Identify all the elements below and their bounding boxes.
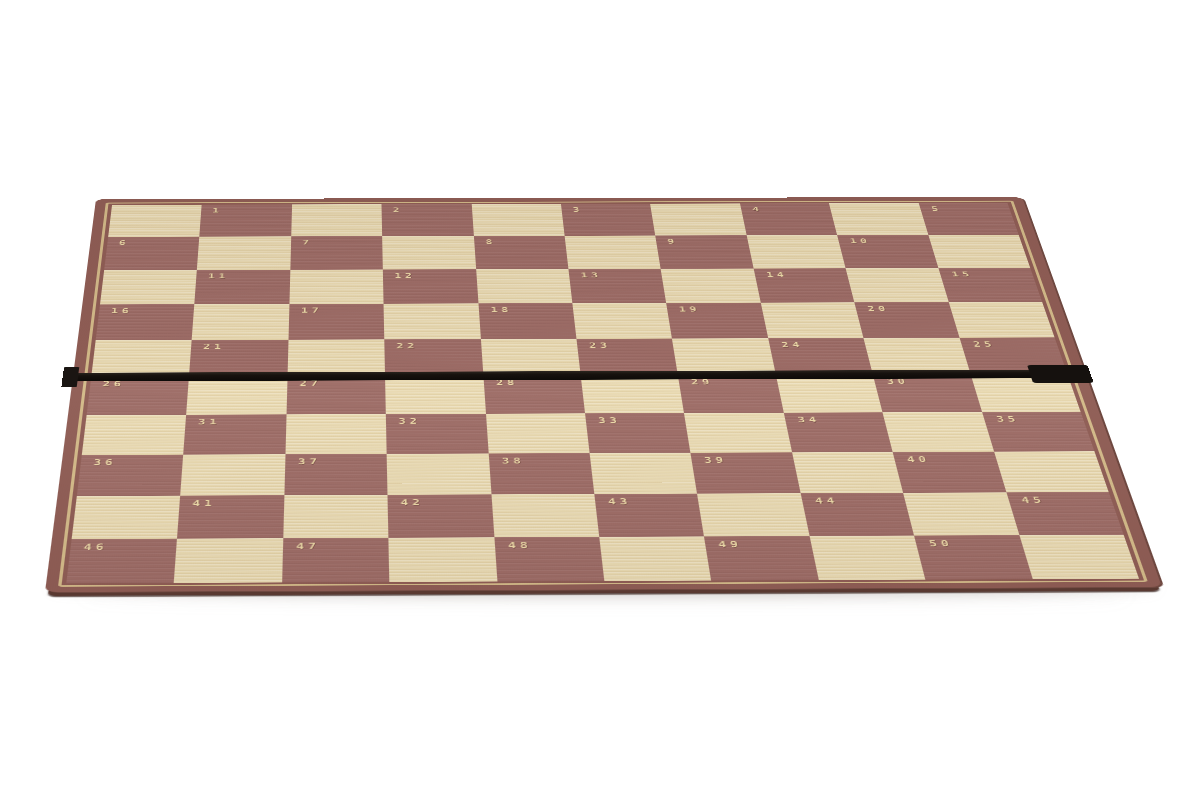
square-number: 19 (679, 305, 702, 313)
square-46[interactable]: 46 (66, 538, 177, 583)
square-7[interactable]: 7 (290, 236, 383, 269)
square-40[interactable]: 40 (893, 452, 1006, 493)
light-square (928, 235, 1030, 268)
square-26[interactable]: 26 (87, 377, 190, 416)
square-8[interactable]: 8 (474, 236, 569, 269)
square-number: 14 (765, 270, 787, 278)
light-square (697, 493, 809, 536)
light-square (776, 374, 883, 412)
hinge-tab-left (61, 367, 79, 387)
square-13[interactable]: 13 (568, 269, 666, 303)
square-20[interactable]: 20 (855, 302, 960, 338)
square-number: 11 (208, 272, 229, 280)
square-31[interactable]: 31 (184, 415, 287, 455)
light-square (684, 413, 791, 453)
square-number: 45 (1020, 495, 1046, 505)
square-number: 49 (718, 539, 743, 549)
light-square (792, 452, 903, 493)
square-22[interactable]: 22 (384, 339, 483, 376)
light-square (389, 537, 497, 582)
square-37[interactable]: 37 (284, 454, 387, 495)
draughts-board: 1234567891011121314151617181920212223242… (45, 197, 1162, 592)
light-square (187, 376, 288, 415)
square-number: 16 (111, 307, 133, 315)
hinge-clasp-right (1027, 365, 1094, 383)
light-square (471, 204, 564, 236)
light-square (385, 376, 485, 414)
square-42[interactable]: 42 (388, 494, 494, 537)
square-number: 31 (198, 417, 221, 426)
square-24[interactable]: 24 (768, 338, 873, 375)
square-48[interactable]: 48 (494, 537, 604, 582)
square-27[interactable]: 27 (286, 376, 386, 414)
square-number: 32 (398, 417, 421, 426)
square-number: 22 (396, 341, 418, 349)
square-1[interactable]: 1 (200, 204, 292, 236)
light-square (864, 338, 971, 375)
square-number: 50 (928, 538, 954, 548)
square-number: 34 (796, 415, 820, 424)
square-number: 42 (401, 497, 425, 507)
light-square (181, 454, 286, 496)
light-square (287, 339, 385, 376)
light-square (384, 303, 481, 339)
square-number: 4 (751, 205, 763, 212)
square-number: 39 (704, 455, 728, 464)
square-23[interactable]: 23 (576, 338, 678, 375)
light-square (572, 303, 672, 339)
square-4[interactable]: 4 (740, 203, 837, 235)
light-square (476, 269, 573, 304)
square-number: 41 (193, 498, 217, 508)
light-square (994, 451, 1109, 492)
light-square (291, 204, 382, 236)
light-square (491, 494, 599, 537)
square-number: 23 (589, 341, 612, 349)
square-number: 7 (302, 238, 312, 246)
light-square (174, 538, 283, 583)
square-5[interactable]: 5 (918, 203, 1018, 235)
square-38[interactable]: 38 (488, 453, 594, 494)
square-34[interactable]: 34 (784, 412, 893, 452)
square-32[interactable]: 32 (386, 414, 488, 454)
square-number: 44 (814, 496, 839, 506)
light-square (883, 412, 994, 452)
square-number: 5 (930, 205, 942, 212)
square-number: 18 (490, 306, 512, 314)
square-6[interactable]: 6 (104, 237, 199, 270)
square-number: 13 (580, 271, 602, 279)
square-number: 37 (298, 457, 321, 466)
light-square (948, 302, 1054, 338)
light-square (581, 375, 685, 413)
square-35[interactable]: 35 (982, 412, 1095, 452)
square-number: 3 (572, 206, 583, 213)
square-number: 8 (485, 238, 496, 245)
light-square (481, 339, 581, 376)
square-number: 24 (780, 340, 803, 348)
square-45[interactable]: 45 (1006, 492, 1123, 535)
square-number: 25 (972, 340, 996, 348)
square-number: 10 (849, 237, 871, 245)
light-square (1019, 535, 1139, 580)
square-47[interactable]: 47 (282, 538, 390, 583)
square-39[interactable]: 39 (691, 452, 801, 493)
square-14[interactable]: 14 (753, 268, 854, 302)
light-square (590, 453, 698, 494)
square-29[interactable]: 29 (678, 375, 783, 413)
light-square (829, 203, 928, 235)
square-number: 48 (507, 540, 531, 550)
square-number: 21 (203, 342, 225, 350)
square-number: 1 (213, 207, 224, 214)
square-number: 46 (83, 541, 108, 551)
square-number: 35 (995, 414, 1020, 423)
square-number: 47 (296, 541, 320, 551)
light-square (91, 340, 192, 377)
square-41[interactable]: 41 (177, 495, 284, 538)
light-square (761, 302, 864, 338)
square-17[interactable]: 17 (288, 304, 384, 340)
square-number: 17 (301, 306, 322, 314)
square-number: 43 (607, 497, 631, 507)
light-square (82, 415, 187, 455)
light-square (387, 453, 491, 494)
square-number: 38 (501, 456, 525, 465)
square-28[interactable]: 28 (483, 375, 585, 413)
board-grid: 1234567891011121314151617181920212223242… (66, 203, 1139, 584)
light-square (382, 236, 475, 269)
square-19[interactable]: 19 (667, 303, 768, 339)
light-square (903, 492, 1019, 535)
square-10[interactable]: 10 (837, 235, 938, 268)
square-43[interactable]: 43 (594, 494, 704, 537)
square-36[interactable]: 36 (77, 455, 184, 497)
square-50[interactable]: 50 (914, 535, 1032, 580)
square-11[interactable]: 11 (195, 270, 290, 305)
light-square (108, 205, 202, 237)
light-square (846, 268, 949, 302)
square-15[interactable]: 15 (938, 268, 1042, 302)
light-square (285, 414, 387, 454)
square-number: 12 (395, 271, 416, 279)
square-18[interactable]: 18 (478, 303, 576, 339)
light-square (565, 236, 661, 269)
light-square (72, 496, 181, 539)
light-square (192, 304, 289, 340)
board-face: 1234567891011121314151617181920212223242… (45, 197, 1162, 592)
square-2[interactable]: 2 (382, 204, 474, 236)
square-49[interactable]: 49 (704, 536, 818, 581)
square-9[interactable]: 9 (656, 235, 754, 268)
square-33[interactable]: 33 (585, 413, 691, 453)
light-square (289, 269, 383, 304)
square-number: 36 (93, 457, 117, 466)
square-number: 9 (667, 238, 679, 245)
square-number: 2 (393, 206, 403, 213)
light-square (747, 235, 846, 268)
square-number: 20 (867, 304, 890, 312)
square-number: 15 (950, 270, 973, 278)
square-12[interactable]: 12 (383, 269, 478, 304)
square-30[interactable]: 30 (873, 374, 982, 412)
light-square (661, 268, 761, 302)
light-square (809, 535, 925, 580)
square-21[interactable]: 21 (189, 340, 288, 377)
light-square (283, 495, 389, 538)
square-number: 40 (906, 454, 931, 463)
light-square (672, 338, 775, 375)
square-number: 33 (598, 416, 621, 425)
square-16[interactable]: 16 (96, 304, 195, 340)
light-square (650, 203, 746, 235)
square-44[interactable]: 44 (800, 493, 914, 536)
square-number: 6 (118, 239, 129, 247)
light-square (599, 536, 711, 581)
light-square (100, 270, 197, 305)
light-square (197, 237, 291, 270)
square-3[interactable]: 3 (561, 204, 656, 236)
light-square (486, 414, 590, 454)
